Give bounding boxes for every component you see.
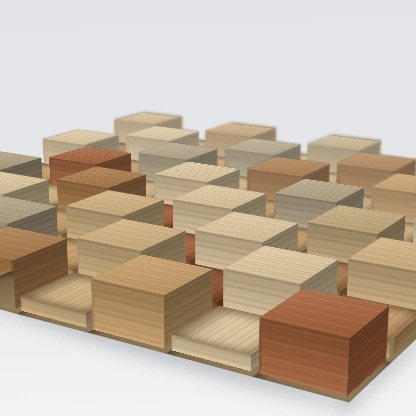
mosaic-block	[259, 343, 386, 399]
product-photo-frame	[0, 0, 416, 416]
mosaic-tile-panel	[0, 142, 416, 403]
studio-scene	[0, 0, 416, 416]
mosaic-cell	[253, 341, 392, 403]
